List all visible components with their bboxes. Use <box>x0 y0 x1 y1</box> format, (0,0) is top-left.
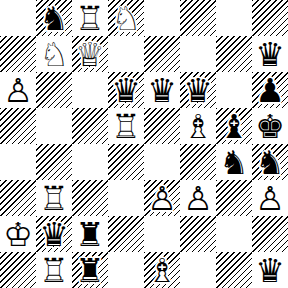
black-queen-h1: ♛♛ <box>252 252 288 288</box>
square-h5[interactable]: ♚♚ <box>252 108 288 144</box>
square-h4[interactable]: ♞♞ <box>252 144 288 180</box>
piece-glyph: ♞ <box>255 146 285 179</box>
white-bishop-e1: ♝♗ <box>144 252 180 288</box>
white-pawn-f3: ♟♙ <box>180 180 216 216</box>
piece-glyph: ♙ <box>3 74 33 107</box>
white-pawn-h3: ♟♙ <box>252 180 288 216</box>
piece-glyph: ♔ <box>3 218 33 251</box>
white-knight-b7: ♞♘ <box>36 36 72 72</box>
square-e7[interactable] <box>144 36 180 72</box>
square-d8[interactable]: ♞♘ <box>108 0 144 36</box>
square-h7[interactable]: ♛♛ <box>252 36 288 72</box>
white-bishop-f5: ♝♗ <box>180 108 216 144</box>
square-f4[interactable] <box>180 144 216 180</box>
black-knight-h4: ♞♞ <box>252 144 288 180</box>
square-h3[interactable]: ♟♙ <box>252 180 288 216</box>
square-a4[interactable] <box>0 144 36 180</box>
square-b6[interactable] <box>36 72 72 108</box>
piece-glyph: ♝ <box>219 110 249 143</box>
square-a8[interactable] <box>0 0 36 36</box>
square-a5[interactable] <box>0 108 36 144</box>
black-queen-h7: ♛♛ <box>252 36 288 72</box>
white-queen-c7: ♛♕ <box>72 36 108 72</box>
square-c6[interactable] <box>72 72 108 108</box>
square-c1[interactable]: ♜♜ <box>72 252 108 288</box>
piece-glyph: ♖ <box>75 2 105 35</box>
square-a6[interactable]: ♟♙ <box>0 72 36 108</box>
piece-glyph: ♘ <box>39 38 69 71</box>
square-g4[interactable]: ♞♞ <box>216 144 252 180</box>
black-queen-d6: ♛♛ <box>108 72 144 108</box>
piece-glyph: ♞ <box>219 146 249 179</box>
black-queen-f6: ♛♛ <box>180 72 216 108</box>
square-e4[interactable] <box>144 144 180 180</box>
square-c3[interactable] <box>72 180 108 216</box>
square-b3[interactable]: ♜♖ <box>36 180 72 216</box>
square-f3[interactable]: ♟♙ <box>180 180 216 216</box>
piece-glyph: ♗ <box>147 254 177 287</box>
square-e3[interactable]: ♟♙ <box>144 180 180 216</box>
square-e2[interactable] <box>144 216 180 252</box>
black-bishop-g5: ♝♝ <box>216 108 252 144</box>
piece-glyph: ♕ <box>75 38 105 71</box>
square-b7[interactable]: ♞♘ <box>36 36 72 72</box>
piece-glyph: ♗ <box>183 110 213 143</box>
black-rook-c1: ♜♜ <box>72 252 108 288</box>
piece-glyph: ♙ <box>255 182 285 215</box>
square-e6[interactable]: ♛♛ <box>144 72 180 108</box>
square-e5[interactable] <box>144 108 180 144</box>
square-c7[interactable]: ♛♕ <box>72 36 108 72</box>
piece-glyph: ♖ <box>111 110 141 143</box>
piece-glyph: ♜ <box>75 254 105 287</box>
square-c8[interactable]: ♜♖ <box>72 0 108 36</box>
piece-glyph: ♞ <box>39 2 69 35</box>
square-f7[interactable] <box>180 36 216 72</box>
white-rook-c8: ♜♖ <box>72 0 108 36</box>
square-b2[interactable]: ♛♛ <box>36 216 72 252</box>
piece-glyph: ♜ <box>75 218 105 251</box>
square-d2[interactable] <box>108 216 144 252</box>
square-f1[interactable] <box>180 252 216 288</box>
square-f2[interactable] <box>180 216 216 252</box>
square-h2[interactable] <box>252 216 288 252</box>
square-f8[interactable] <box>180 0 216 36</box>
square-e1[interactable]: ♝♗ <box>144 252 180 288</box>
piece-glyph: ♛ <box>183 74 213 107</box>
square-b5[interactable] <box>36 108 72 144</box>
square-g7[interactable] <box>216 36 252 72</box>
white-rook-b3: ♜♖ <box>36 180 72 216</box>
black-knight-g4: ♞♞ <box>216 144 252 180</box>
square-b4[interactable] <box>36 144 72 180</box>
piece-glyph: ♛ <box>111 74 141 107</box>
square-h1[interactable]: ♛♛ <box>252 252 288 288</box>
black-king-h5: ♚♚ <box>252 108 288 144</box>
square-h8[interactable] <box>252 0 288 36</box>
piece-glyph: ♛ <box>39 218 69 251</box>
square-d3[interactable] <box>108 180 144 216</box>
square-c2[interactable]: ♜♜ <box>72 216 108 252</box>
piece-glyph: ♖ <box>39 182 69 215</box>
square-a3[interactable] <box>0 180 36 216</box>
piece-glyph: ♚ <box>255 110 285 143</box>
square-d4[interactable] <box>108 144 144 180</box>
square-c4[interactable] <box>72 144 108 180</box>
white-knight-d8: ♞♘ <box>108 0 144 36</box>
piece-glyph: ♙ <box>147 182 177 215</box>
square-b1[interactable]: ♜♖ <box>36 252 72 288</box>
square-a1[interactable] <box>0 252 36 288</box>
square-g6[interactable] <box>216 72 252 108</box>
white-pawn-a6: ♟♙ <box>0 72 36 108</box>
piece-glyph: ♙ <box>183 182 213 215</box>
white-rook-d5: ♜♖ <box>108 108 144 144</box>
square-d6[interactable]: ♛♛ <box>108 72 144 108</box>
piece-glyph: ♛ <box>147 74 177 107</box>
square-f6[interactable]: ♛♛ <box>180 72 216 108</box>
black-queen-e6: ♛♛ <box>144 72 180 108</box>
piece-glyph: ♘ <box>111 2 141 35</box>
piece-glyph: ♖ <box>39 254 69 287</box>
square-h6[interactable]: ♟♟ <box>252 72 288 108</box>
square-g5[interactable]: ♝♝ <box>216 108 252 144</box>
square-f5[interactable]: ♝♗ <box>180 108 216 144</box>
white-rook-b1: ♜♖ <box>36 252 72 288</box>
piece-glyph: ♟ <box>255 74 285 107</box>
black-rook-c2: ♜♜ <box>72 216 108 252</box>
square-g8[interactable] <box>216 0 252 36</box>
piece-glyph: ♛ <box>255 38 285 71</box>
square-d5[interactable]: ♜♖ <box>108 108 144 144</box>
black-queen-b2: ♛♛ <box>36 216 72 252</box>
square-g3[interactable] <box>216 180 252 216</box>
square-a7[interactable] <box>0 36 36 72</box>
square-g1[interactable] <box>216 252 252 288</box>
square-c5[interactable] <box>72 108 108 144</box>
square-d7[interactable] <box>108 36 144 72</box>
chess-board: ♞♞♜♖♞♘♞♘♛♕♛♛♟♙♛♛♛♛♛♛♟♟♜♖♝♗♝♝♚♚♞♞♞♞♜♖♟♙♟♙… <box>0 0 288 288</box>
white-king-a2: ♚♔ <box>0 216 36 252</box>
square-b8[interactable]: ♞♞ <box>36 0 72 36</box>
square-e8[interactable] <box>144 0 180 36</box>
square-d1[interactable] <box>108 252 144 288</box>
white-pawn-e3: ♟♙ <box>144 180 180 216</box>
square-g2[interactable] <box>216 216 252 252</box>
square-a2[interactable]: ♚♔ <box>0 216 36 252</box>
piece-glyph: ♛ <box>255 254 285 287</box>
black-pawn-h6: ♟♟ <box>252 72 288 108</box>
black-knight-b8: ♞♞ <box>36 0 72 36</box>
